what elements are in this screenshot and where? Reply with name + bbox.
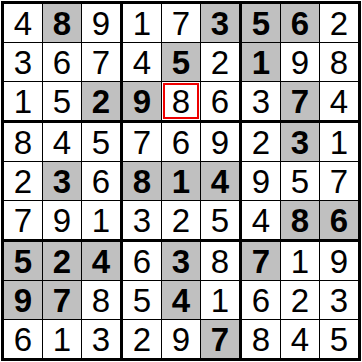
- cell-r2c6[interactable]: 2: [201, 43, 242, 82]
- cell-r6c5[interactable]: 2: [162, 201, 201, 242]
- cell-r1c9[interactable]: 2: [320, 4, 358, 43]
- cell-r3c6[interactable]: 6: [201, 82, 242, 123]
- cell-r8c3[interactable]: 8: [82, 281, 123, 320]
- cell-r7c4[interactable]: 6: [123, 242, 162, 281]
- cell-r6c7[interactable]: 4: [242, 201, 281, 242]
- cell-r3c4[interactable]: 9: [123, 82, 162, 123]
- cell-r8c4[interactable]: 5: [123, 281, 162, 320]
- cell-r3c8[interactable]: 7: [281, 82, 320, 123]
- cell-r2c2[interactable]: 6: [43, 43, 82, 82]
- cell-r2c8[interactable]: 9: [281, 43, 320, 82]
- cell-r9c7[interactable]: 8: [242, 320, 281, 358]
- cell-r2c4[interactable]: 4: [123, 43, 162, 82]
- cell-r5c8[interactable]: 5: [281, 162, 320, 201]
- cell-r9c9[interactable]: 5: [320, 320, 358, 358]
- cell-r3c9[interactable]: 4: [320, 82, 358, 123]
- cell-r2c5[interactable]: 5: [162, 43, 201, 82]
- cell-r3c3[interactable]: 2: [82, 82, 123, 123]
- cell-r1c2[interactable]: 8: [43, 4, 82, 43]
- cell-r2c9[interactable]: 8: [320, 43, 358, 82]
- cell-r7c5[interactable]: 3: [162, 242, 201, 281]
- cell-r1c3[interactable]: 9: [82, 4, 123, 43]
- cell-r4c8[interactable]: 3: [281, 123, 320, 162]
- cell-r7c8[interactable]: 1: [281, 242, 320, 281]
- cell-r1c1[interactable]: 4: [4, 4, 43, 43]
- cell-r6c2[interactable]: 9: [43, 201, 82, 242]
- cell-r9c6[interactable]: 7: [201, 320, 242, 358]
- cell-r6c8[interactable]: 8: [281, 201, 320, 242]
- cell-r1c7[interactable]: 5: [242, 4, 281, 43]
- cell-r4c1[interactable]: 8: [4, 123, 43, 162]
- cell-r7c2[interactable]: 2: [43, 242, 82, 281]
- cell-r9c2[interactable]: 1: [43, 320, 82, 358]
- cell-r4c4[interactable]: 7: [123, 123, 162, 162]
- cell-r8c6[interactable]: 1: [201, 281, 242, 320]
- cell-r1c8[interactable]: 6: [281, 4, 320, 43]
- cell-r1c6[interactable]: 3: [201, 4, 242, 43]
- cell-r5c3[interactable]: 6: [82, 162, 123, 201]
- cell-r4c9[interactable]: 1: [320, 123, 358, 162]
- cell-r6c6[interactable]: 5: [201, 201, 242, 242]
- cell-r8c8[interactable]: 2: [281, 281, 320, 320]
- cell-r5c2[interactable]: 3: [43, 162, 82, 201]
- cell-r7c9[interactable]: 9: [320, 242, 358, 281]
- cell-r4c7[interactable]: 2: [242, 123, 281, 162]
- cell-r9c8[interactable]: 4: [281, 320, 320, 358]
- cell-r3c7[interactable]: 3: [242, 82, 281, 123]
- cell-r5c7[interactable]: 9: [242, 162, 281, 201]
- cell-r7c6[interactable]: 8: [201, 242, 242, 281]
- cell-r8c1[interactable]: 9: [4, 281, 43, 320]
- cell-r9c4[interactable]: 2: [123, 320, 162, 358]
- cell-r9c1[interactable]: 6: [4, 320, 43, 358]
- cell-r5c6[interactable]: 4: [201, 162, 242, 201]
- cell-r5c4[interactable]: 8: [123, 162, 162, 201]
- cell-r7c1[interactable]: 5: [4, 242, 43, 281]
- cell-r4c5[interactable]: 6: [162, 123, 201, 162]
- cell-r6c1[interactable]: 7: [4, 201, 43, 242]
- cell-r6c9[interactable]: 6: [320, 201, 358, 242]
- cell-r8c5[interactable]: 4: [162, 281, 201, 320]
- cell-r2c1[interactable]: 3: [4, 43, 43, 82]
- cell-r5c1[interactable]: 2: [4, 162, 43, 201]
- cell-r4c2[interactable]: 4: [43, 123, 82, 162]
- cell-r9c3[interactable]: 3: [82, 320, 123, 358]
- cell-r2c3[interactable]: 7: [82, 43, 123, 82]
- cell-r8c9[interactable]: 3: [320, 281, 358, 320]
- cell-r3c1[interactable]: 1: [4, 82, 43, 123]
- cell-r1c5[interactable]: 7: [162, 4, 201, 43]
- cell-r2c7[interactable]: 1: [242, 43, 281, 82]
- cell-r8c2[interactable]: 7: [43, 281, 82, 320]
- cell-r4c3[interactable]: 5: [82, 123, 123, 162]
- cell-r3c5[interactable]: 8: [162, 82, 201, 123]
- cell-r6c3[interactable]: 1: [82, 201, 123, 242]
- cell-r6c4[interactable]: 3: [123, 201, 162, 242]
- cell-r5c5[interactable]: 1: [162, 162, 201, 201]
- cell-r5c9[interactable]: 7: [320, 162, 358, 201]
- cell-r9c5[interactable]: 9: [162, 320, 201, 358]
- cell-r4c6[interactable]: 9: [201, 123, 242, 162]
- cell-r8c7[interactable]: 6: [242, 281, 281, 320]
- cell-r3c2[interactable]: 5: [43, 82, 82, 123]
- cell-r7c3[interactable]: 4: [82, 242, 123, 281]
- sudoku-board: 4891735623674521981529863748457692312368…: [1, 1, 361, 361]
- cell-r1c4[interactable]: 1: [123, 4, 162, 43]
- cell-r7c7[interactable]: 7: [242, 242, 281, 281]
